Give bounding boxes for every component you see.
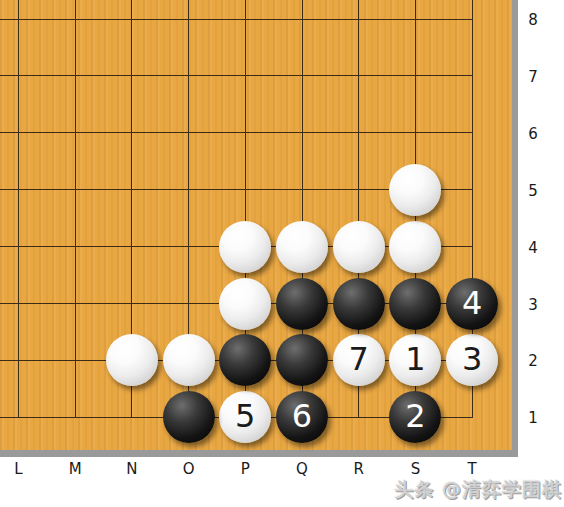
grid-line-horizontal-7 [0,75,473,76]
watermark: 头条 @清弈学围棋 [394,477,562,503]
grid-line-horizontal-8 [0,19,473,20]
stone-white-S2: 1 [389,334,441,386]
row-label-4: 4 [528,239,538,257]
stone-black-Q3 [276,278,328,330]
column-label-N: N [126,460,137,478]
stone-white-O2 [163,334,215,386]
column-label-M: M [69,460,82,478]
go-board: 5713624 [0,0,518,457]
stone-black-O1 [163,391,215,443]
stone-white-R2: 7 [333,334,385,386]
grid-line-vertical-L [18,0,19,418]
stone-black-Q2 [276,334,328,386]
row-label-3: 3 [528,296,538,314]
row-label-2: 2 [528,352,538,370]
stone-move-number: 4 [462,287,482,319]
stone-black-S3 [389,278,441,330]
column-label-Q: Q [296,460,308,478]
stone-white-P4 [219,221,271,273]
stone-black-S1: 2 [389,391,441,443]
column-label-S: S [411,460,421,478]
row-label-1: 1 [528,409,538,427]
stone-black-R3 [333,278,385,330]
row-label-8: 8 [528,11,538,29]
stone-move-number: 7 [349,343,369,375]
stone-move-number: 6 [292,400,312,432]
stone-white-S4 [389,221,441,273]
row-label-6: 6 [528,125,538,143]
stone-white-P1: 5 [219,391,271,443]
screenshot-root: 5713624 LMNOPQRST87654321 头条 @清弈学围棋 [0,0,564,507]
stone-white-N2 [106,334,158,386]
stone-black-T3: 4 [446,278,498,330]
stone-move-number: 5 [235,400,255,432]
grid-line-horizontal-6 [0,132,473,133]
stone-black-P2 [219,334,271,386]
column-label-R: R [353,460,363,478]
stone-black-Q1: 6 [276,391,328,443]
stone-white-P3 [219,278,271,330]
grid-line-vertical-M [75,0,76,418]
column-label-P: P [241,460,250,478]
stone-move-number: 1 [405,343,425,375]
row-label-7: 7 [528,68,538,86]
stone-white-S5 [389,164,441,216]
stone-white-R4 [333,221,385,273]
column-label-L: L [14,460,22,478]
stone-move-number: 3 [462,343,482,375]
row-label-5: 5 [528,182,538,200]
stone-move-number: 2 [405,400,425,432]
column-label-O: O [183,460,195,478]
column-label-T: T [468,460,477,478]
stone-white-Q4 [276,221,328,273]
stone-white-T2: 3 [446,334,498,386]
